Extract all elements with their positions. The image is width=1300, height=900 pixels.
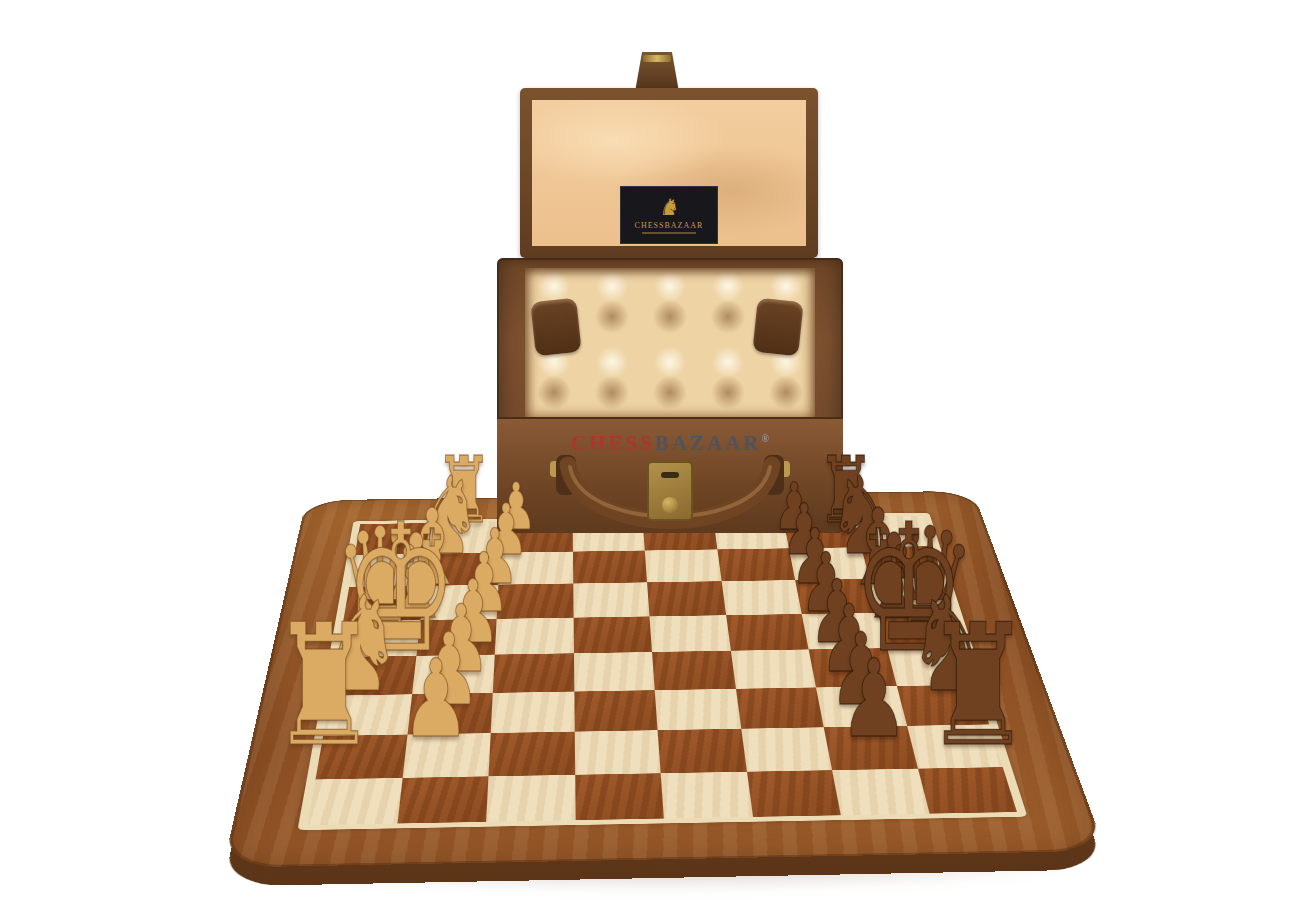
square-f3[interactable] [735,687,823,729]
square-d1[interactable] [575,773,664,820]
square-e5[interactable] [649,615,730,652]
brass-lock-clasp [647,461,693,521]
brand-bazaar-text: BAZAAR [655,431,762,455]
product-photo-stage: ♞ CHESSBAZAAR CHESSBAZAAR® [0,0,1300,900]
square-d4[interactable] [573,652,654,691]
square-c3[interactable] [491,691,575,733]
square-f2[interactable] [741,727,832,771]
brand-chess-text: CHESS [571,431,655,455]
white-pawn-b1[interactable]: ♟ [402,651,471,748]
tray-strap-left [530,298,581,357]
square-b1[interactable] [397,776,489,823]
brand-label-text: CHESSBAZAAR [635,221,704,230]
square-a1[interactable] [308,778,403,826]
square-d3[interactable] [574,690,658,732]
square-f1[interactable] [746,770,840,817]
square-e6[interactable] [647,581,726,616]
white-rook-a1[interactable]: ♜ [270,611,378,762]
square-c2[interactable] [488,732,574,776]
square-f4[interactable] [730,649,816,688]
square-c1[interactable] [486,775,575,822]
square-g1[interactable] [832,768,929,815]
square-d6[interactable] [573,582,650,617]
square-e2[interactable] [658,729,747,773]
square-e1[interactable] [661,771,753,818]
case-lid: ♞ CHESSBAZAAR [520,88,818,258]
case-lid-suede-lining: ♞ CHESSBAZAAR [532,100,806,246]
tray-strap-right [752,298,803,357]
square-c4[interactable] [493,653,574,692]
brand-label-tagline-rule [642,232,696,234]
square-d5[interactable] [573,616,652,653]
square-d2[interactable] [574,730,660,774]
black-pawn-g1[interactable]: ♟ [840,651,909,748]
brand-label: ♞ CHESSBAZAAR [620,186,718,244]
square-d7[interactable] [572,550,647,583]
square-e7[interactable] [645,549,721,582]
black-rook-h1[interactable]: ♜ [924,611,1032,762]
square-e4[interactable] [652,651,735,690]
registered-mark: ® [762,433,769,444]
square-f5[interactable] [726,614,809,651]
chess-storage-case: ♞ CHESSBAZAAR CHESSBAZAAR® [497,52,843,533]
knight-horse-logo-icon: ♞ [659,196,680,219]
square-e3[interactable] [655,689,741,731]
square-f6[interactable] [721,580,802,615]
case-tab-brass-fitting [643,55,671,62]
